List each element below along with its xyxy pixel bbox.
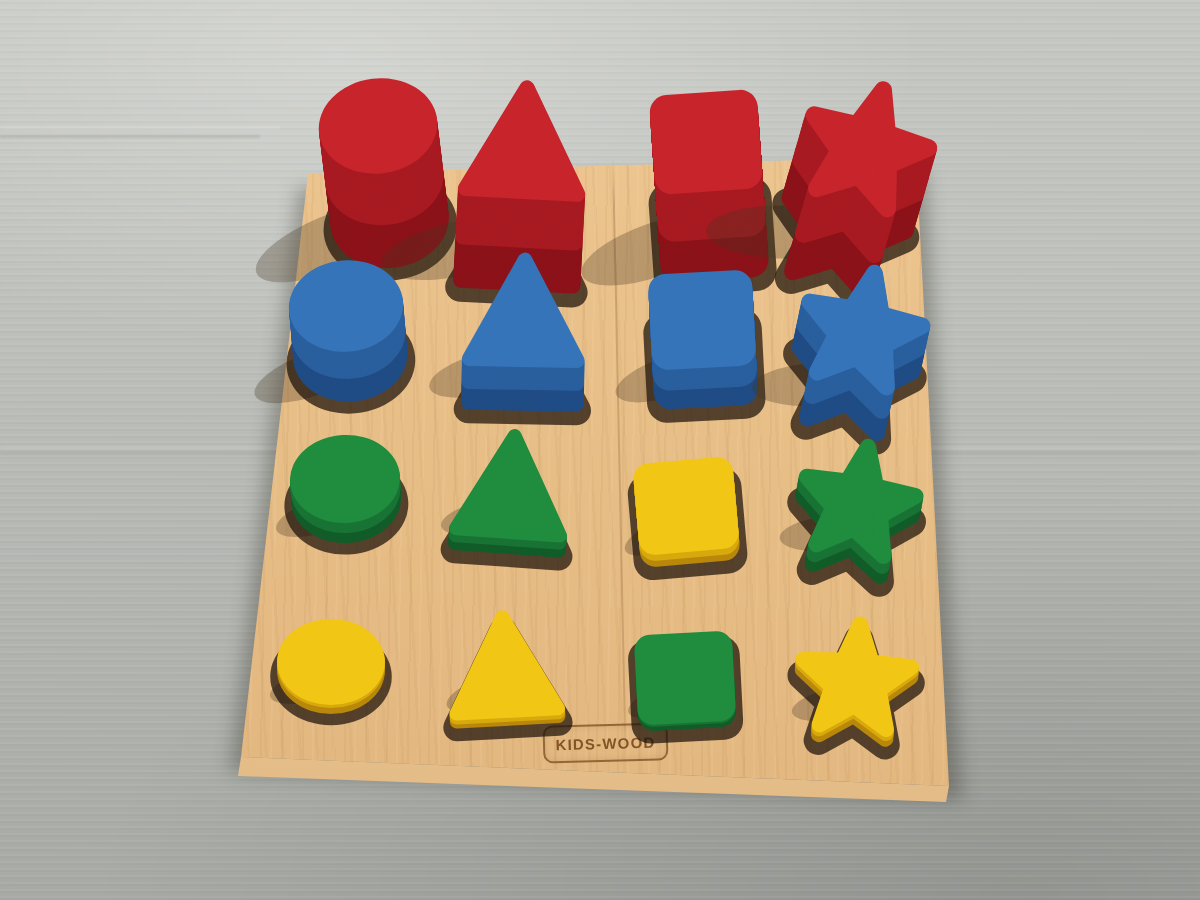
- photo-scene: KIDS-WOOD: [0, 0, 1200, 900]
- piece-yellow-star[interactable]: [716, 591, 996, 900]
- pieces-layer: [0, 0, 1200, 900]
